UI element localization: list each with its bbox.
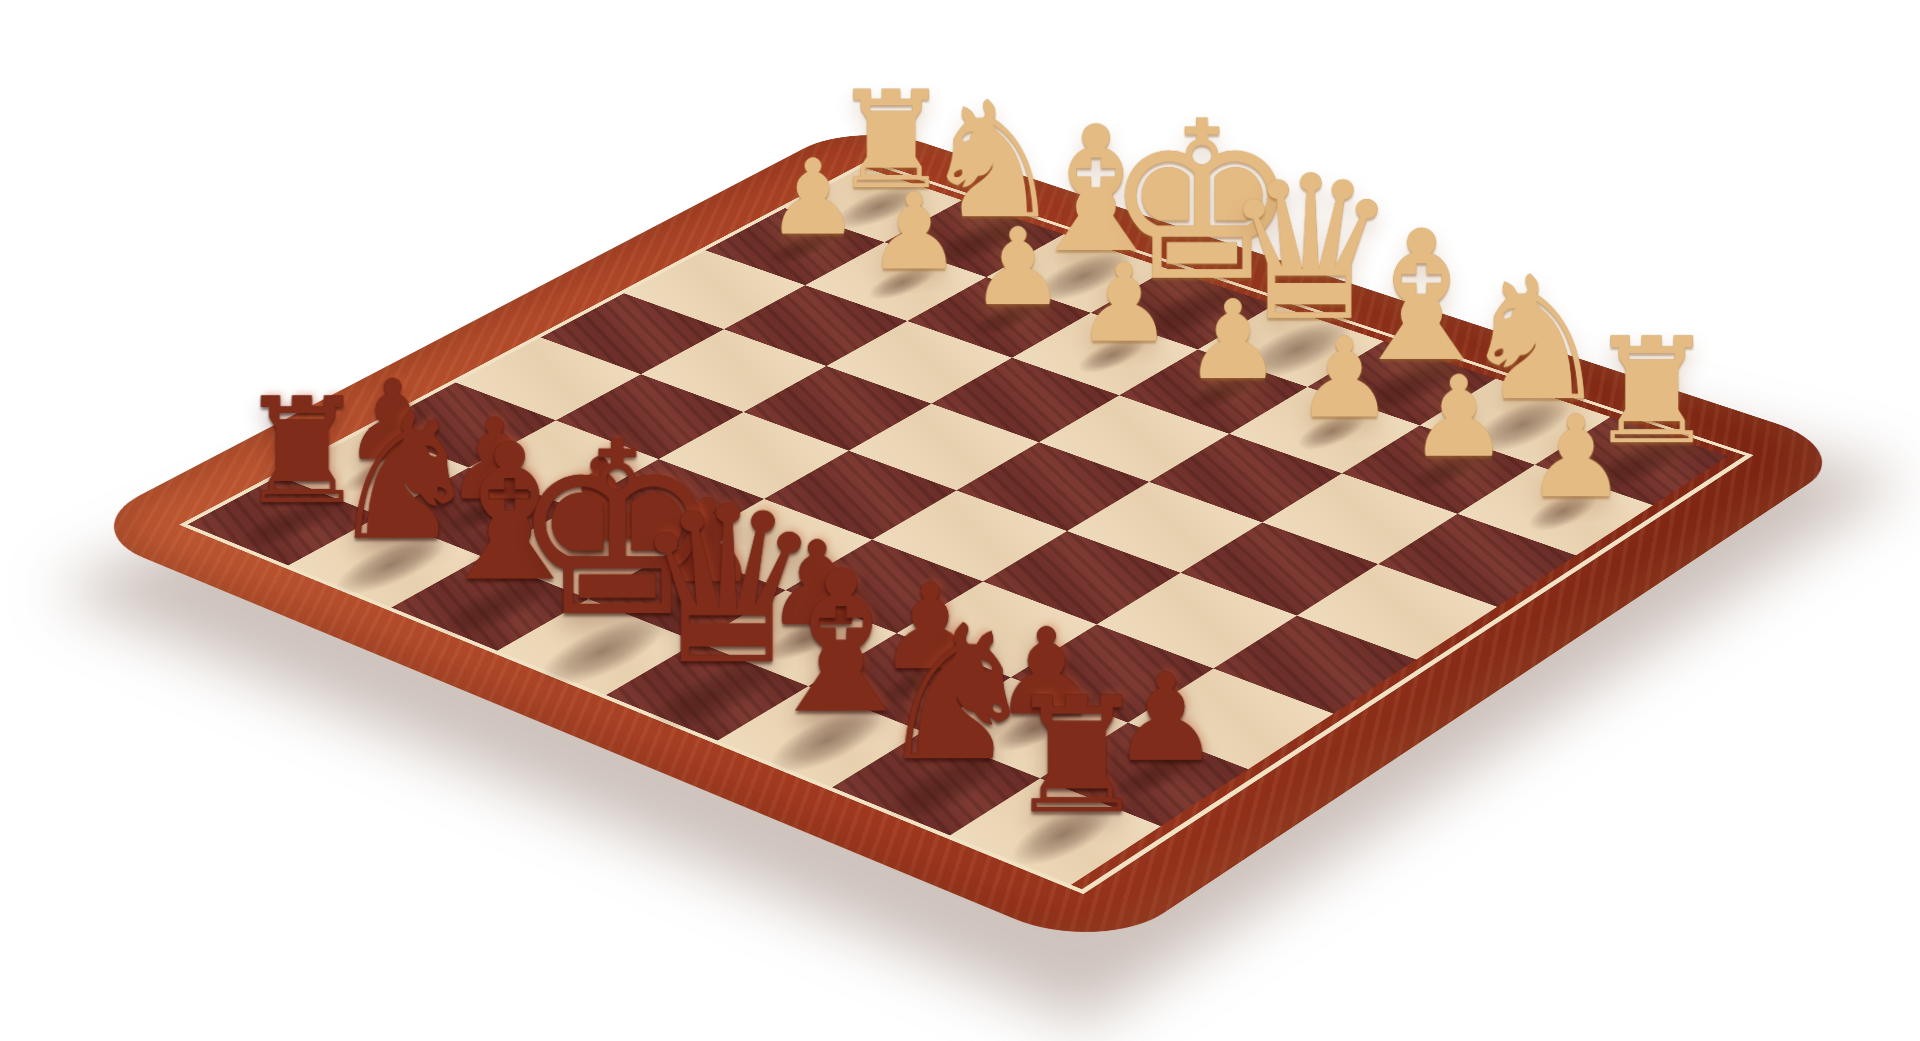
product-photo-stage: ♜♞♝♛♚♝♞♜♟♟♟♟♟♟♟♟♟♟♟♟♟♟♟♟♜♞♝♛♚♝♞♜ (0, 0, 1920, 1041)
chess-board: ♜♞♝♛♚♝♞♜♟♟♟♟♟♟♟♟♟♟♟♟♟♟♟♟♜♞♝♛♚♝♞♜ (75, 121, 1859, 955)
white-pawn-glyph: ♟ (1414, 400, 1739, 514)
black-rook-glyph: ♜ (902, 675, 1253, 835)
scene-3d: ♜♞♝♛♚♝♞♜♟♟♟♟♟♟♟♟♟♟♟♟♟♟♟♟♜♞♝♛♚♝♞♜ (0, 0, 1920, 1041)
